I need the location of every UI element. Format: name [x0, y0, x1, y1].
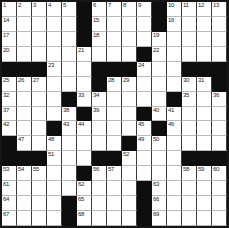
letter-cell-r2c8[interactable] — [107, 17, 122, 32]
letter-cell-r3c9[interactable] — [122, 32, 137, 47]
clue-number-7: 7 — [108, 2, 111, 9]
letter-cell-r9c8[interactable] — [107, 121, 122, 136]
letter-cell-r4c7[interactable] — [92, 47, 107, 62]
letter-cell-r14c7[interactable] — [92, 196, 107, 211]
letter-cell-r3c2[interactable] — [17, 32, 32, 47]
letter-cell-r4c5[interactable] — [62, 47, 77, 62]
letter-cell-r4c6[interactable]: 21 — [77, 47, 92, 62]
clue-number-57: 57 — [108, 166, 114, 173]
block-cell-r5c2 — [17, 62, 32, 77]
clue-number-3: 3 — [33, 2, 36, 9]
letter-cell-r4c13[interactable] — [182, 47, 197, 62]
letter-cell-r8c3[interactable] — [32, 107, 47, 122]
letter-cell-r1c10[interactable]: 9 — [137, 2, 152, 17]
letter-cell-r6c11[interactable] — [152, 77, 167, 92]
clue-number-19: 19 — [153, 32, 159, 39]
clue-number-55: 55 — [33, 166, 39, 173]
clue-number-42: 42 — [3, 121, 9, 128]
letter-cell-r9c5[interactable]: 43 — [62, 121, 77, 136]
letter-cell-r13c5[interactable] — [62, 181, 77, 196]
letter-cell-r7c6[interactable]: 33 — [77, 92, 92, 107]
clue-number-10: 10 — [168, 2, 174, 9]
clue-number-69: 69 — [153, 211, 159, 218]
letter-cell-r1c13[interactable]: 11 — [182, 2, 197, 17]
letter-cell-r8c14[interactable] — [197, 107, 212, 122]
letter-cell-r12c9[interactable] — [122, 166, 137, 181]
letter-cell-r3c1[interactable]: 17 — [2, 32, 17, 47]
block-cell-r5c3 — [32, 62, 47, 77]
letter-cell-r6c10[interactable] — [137, 77, 152, 92]
letter-cell-r1c4[interactable]: 4 — [47, 2, 62, 17]
letter-cell-r1c12[interactable]: 10 — [167, 2, 182, 17]
letter-cell-r9c12[interactable]: 46 — [167, 121, 182, 136]
clue-number-40: 40 — [153, 107, 159, 114]
block-cell-r7c5 — [62, 92, 77, 107]
letter-cell-r13c8[interactable] — [107, 181, 122, 196]
clue-number-68: 68 — [78, 211, 84, 218]
clue-number-9: 9 — [138, 2, 141, 9]
letter-cell-r1c9[interactable]: 8 — [122, 2, 137, 17]
letter-cell-r12c4[interactable] — [47, 166, 62, 181]
block-cell-r2c11 — [152, 17, 167, 32]
letter-cell-r15c6[interactable]: 68 — [77, 211, 92, 226]
letter-cell-r11c9[interactable]: 52 — [122, 151, 137, 166]
clue-number-45: 45 — [138, 121, 144, 128]
block-cell-r5c15 — [212, 62, 227, 77]
letter-cell-r12c13[interactable]: 58 — [182, 166, 197, 181]
clue-number-30: 30 — [183, 77, 189, 84]
block-cell-r5c1 — [2, 62, 17, 77]
letter-cell-r5c4[interactable]: 23 — [47, 62, 62, 77]
clue-number-36: 36 — [213, 92, 219, 99]
clue-number-2: 2 — [18, 2, 21, 9]
block-cell-r11c8 — [107, 151, 122, 166]
clue-number-31: 31 — [198, 77, 204, 84]
clue-number-24: 24 — [138, 62, 144, 69]
clue-number-63: 63 — [153, 181, 159, 188]
letter-cell-r13c15[interactable] — [212, 181, 227, 196]
block-cell-r5c9 — [122, 62, 137, 77]
clue-number-38: 38 — [63, 107, 69, 114]
letter-cell-r1c5[interactable]: 5 — [62, 2, 77, 17]
block-cell-r11c13 — [182, 151, 197, 166]
clue-number-65: 65 — [78, 196, 84, 203]
block-cell-r8c10 — [137, 107, 152, 122]
letter-cell-r2c14[interactable] — [197, 17, 212, 32]
block-cell-r11c15 — [212, 151, 227, 166]
letter-cell-r14c12[interactable] — [167, 196, 182, 211]
letter-cell-r9c7[interactable] — [92, 121, 107, 136]
letter-cell-r4c15[interactable] — [212, 47, 227, 62]
block-cell-r9c4 — [47, 121, 62, 136]
letter-cell-r7c8[interactable] — [107, 92, 122, 107]
clue-number-62: 62 — [78, 181, 84, 188]
clue-number-6: 6 — [93, 2, 96, 9]
block-cell-r12c6 — [77, 166, 92, 181]
letter-cell-r15c13[interactable] — [182, 211, 197, 226]
letter-cell-r5c5[interactable] — [62, 62, 77, 77]
letter-cell-r6c12[interactable] — [167, 77, 182, 92]
letter-cell-r13c3[interactable] — [32, 181, 47, 196]
letter-cell-r1c15[interactable]: 13 — [212, 2, 227, 17]
clue-number-11: 11 — [183, 2, 189, 9]
letter-cell-r15c14[interactable] — [197, 211, 212, 226]
letter-cell-r13c9[interactable] — [122, 181, 137, 196]
letter-cell-r4c2[interactable] — [17, 47, 32, 62]
letter-cell-r6c1[interactable]: 25 — [2, 77, 17, 92]
block-cell-r1c11 — [152, 2, 167, 17]
block-cell-r5c13 — [182, 62, 197, 77]
letter-cell-r4c9[interactable] — [122, 47, 137, 62]
letter-cell-r4c1[interactable]: 20 — [2, 47, 17, 62]
letter-cell-r4c14[interactable] — [197, 47, 212, 62]
letter-cell-r14c14[interactable] — [197, 196, 212, 211]
letter-cell-r9c10[interactable]: 45 — [137, 121, 152, 136]
letter-cell-r13c13[interactable] — [182, 181, 197, 196]
letter-cell-r15c2[interactable] — [17, 211, 32, 226]
clue-number-59: 59 — [198, 166, 204, 173]
letter-cell-r6c6[interactable] — [77, 77, 92, 92]
letter-cell-r12c8[interactable]: 57 — [107, 166, 122, 181]
letter-cell-r7c4[interactable] — [47, 92, 62, 107]
letter-cell-r7c15[interactable]: 36 — [212, 92, 227, 107]
letter-cell-r7c3[interactable] — [32, 92, 47, 107]
letter-cell-r13c7[interactable] — [92, 181, 107, 196]
letter-cell-r8c1[interactable]: 37 — [2, 107, 17, 122]
block-cell-r10c1 — [2, 136, 17, 151]
letter-cell-r5c12[interactable] — [167, 62, 182, 77]
letter-cell-r13c12[interactable] — [167, 181, 182, 196]
letter-cell-r10c2[interactable]: 47 — [17, 136, 32, 151]
letter-cell-r2c5[interactable] — [62, 17, 77, 32]
clue-number-61: 61 — [3, 181, 9, 188]
letter-cell-r1c1[interactable]: 1 — [2, 2, 17, 17]
letter-cell-r14c4[interactable] — [47, 196, 62, 211]
letter-cell-r15c12[interactable] — [167, 211, 182, 226]
block-cell-r6c7 — [92, 77, 107, 92]
clue-number-23: 23 — [48, 62, 54, 69]
letter-cell-r5c10[interactable]: 24 — [137, 62, 152, 77]
clue-number-53: 53 — [3, 166, 9, 173]
letter-cell-r14c15[interactable] — [212, 196, 227, 211]
clue-number-44: 44 — [78, 121, 84, 128]
letter-cell-r12c11[interactable] — [152, 166, 167, 181]
letter-cell-r1c7[interactable]: 6 — [92, 2, 107, 17]
letter-cell-r12c5[interactable] — [62, 166, 77, 181]
letter-cell-r13c11[interactable]: 63 — [152, 181, 167, 196]
letter-cell-r3c4[interactable] — [47, 32, 62, 47]
letter-cell-r15c3[interactable] — [32, 211, 47, 226]
block-cell-r14c10 — [137, 196, 152, 211]
clue-number-25: 25 — [3, 77, 9, 84]
letter-cell-r3c13[interactable] — [182, 32, 197, 47]
letter-cell-r1c8[interactable]: 7 — [107, 2, 122, 17]
letter-cell-r3c12[interactable] — [167, 32, 182, 47]
letter-cell-r11c4[interactable]: 51 — [47, 151, 62, 166]
letter-cell-r4c3[interactable] — [32, 47, 47, 62]
letter-cell-r13c4[interactable] — [47, 181, 62, 196]
clue-number-4: 4 — [48, 2, 51, 9]
letter-cell-r7c7[interactable]: 34 — [92, 92, 107, 107]
clue-number-47: 47 — [18, 136, 24, 143]
letter-cell-r13c2[interactable] — [17, 181, 32, 196]
block-cell-r10c9 — [122, 136, 137, 151]
letter-cell-r2c10[interactable] — [137, 17, 152, 32]
block-cell-r5c8 — [107, 62, 122, 77]
letter-cell-r10c8[interactable] — [107, 136, 122, 151]
block-cell-r13c10 — [137, 181, 152, 196]
clue-number-14: 14 — [3, 17, 9, 24]
letter-cell-r15c15[interactable] — [212, 211, 227, 226]
letter-cell-r6c2[interactable]: 26 — [17, 77, 32, 92]
letter-cell-r8c15[interactable] — [212, 107, 227, 122]
letter-cell-r3c8[interactable] — [107, 32, 122, 47]
letter-cell-r9c9[interactable] — [122, 121, 137, 136]
letter-cell-r10c11[interactable]: 50 — [152, 136, 167, 151]
letter-cell-r3c3[interactable] — [32, 32, 47, 47]
letter-cell-r6c3[interactable]: 27 — [32, 77, 47, 92]
clue-number-67: 67 — [3, 211, 9, 218]
letter-cell-r3c14[interactable] — [197, 32, 212, 47]
clue-number-34: 34 — [93, 92, 99, 99]
letter-cell-r8c11[interactable]: 40 — [152, 107, 167, 122]
clue-number-56: 56 — [93, 166, 99, 173]
clue-number-8: 8 — [123, 2, 126, 9]
clue-number-58: 58 — [183, 166, 189, 173]
letter-cell-r12c12[interactable] — [167, 166, 182, 181]
letter-cell-r15c4[interactable] — [47, 211, 62, 226]
block-cell-r8c6 — [77, 107, 92, 122]
clue-number-29: 29 — [123, 77, 129, 84]
letter-cell-r8c7[interactable]: 39 — [92, 107, 107, 122]
block-cell-r5c14 — [197, 62, 212, 77]
letter-cell-r12c3[interactable]: 55 — [32, 166, 47, 181]
letter-cell-r7c10[interactable] — [137, 92, 152, 107]
clue-number-64: 64 — [3, 196, 9, 203]
clue-number-35: 35 — [183, 92, 189, 99]
block-cell-r4c10 — [137, 47, 152, 62]
letter-cell-r10c13[interactable] — [182, 136, 197, 151]
letter-cell-r10c3[interactable] — [32, 136, 47, 151]
letter-cell-r10c10[interactable]: 49 — [137, 136, 152, 151]
clue-number-28: 28 — [108, 77, 114, 84]
letter-cell-r4c12[interactable] — [167, 47, 182, 62]
block-cell-r11c3 — [32, 151, 47, 166]
clue-number-41: 41 — [168, 107, 174, 114]
clue-number-26: 26 — [18, 77, 24, 84]
clue-number-66: 66 — [153, 196, 159, 203]
clue-number-50: 50 — [153, 136, 159, 143]
letter-cell-r6c14[interactable]: 31 — [197, 77, 212, 92]
block-cell-r11c14 — [197, 151, 212, 166]
letter-cell-r7c14[interactable] — [197, 92, 212, 107]
clue-number-22: 22 — [153, 47, 159, 54]
block-cell-r2c6 — [77, 17, 92, 32]
letter-cell-r7c1[interactable]: 32 — [2, 92, 17, 107]
letter-cell-r11c5[interactable] — [62, 151, 77, 166]
block-cell-r11c1 — [2, 151, 17, 166]
letter-cell-r8c12[interactable]: 41 — [167, 107, 182, 122]
block-cell-r6c15 — [212, 77, 227, 92]
clue-number-12: 12 — [198, 2, 204, 9]
clue-number-17: 17 — [3, 32, 9, 39]
letter-cell-r13c1[interactable]: 61 — [2, 181, 17, 196]
clue-number-48: 48 — [48, 136, 54, 143]
letter-cell-r11c6[interactable] — [77, 151, 92, 166]
letter-cell-r9c6[interactable]: 44 — [77, 121, 92, 136]
letter-cell-r3c5[interactable] — [62, 32, 77, 47]
letter-cell-r1c14[interactable]: 12 — [197, 2, 212, 17]
letter-cell-r9c2[interactable] — [17, 121, 32, 136]
letter-cell-r2c9[interactable] — [122, 17, 137, 32]
letter-cell-r6c9[interactable]: 29 — [122, 77, 137, 92]
letter-cell-r10c7[interactable] — [92, 136, 107, 151]
clue-number-32: 32 — [3, 92, 9, 99]
letter-cell-r11c12[interactable] — [167, 151, 182, 166]
block-cell-r7c12 — [167, 92, 182, 107]
letter-cell-r2c2[interactable] — [17, 17, 32, 32]
letter-cell-r8c13[interactable] — [182, 107, 197, 122]
letter-cell-r8c8[interactable] — [107, 107, 122, 122]
clue-number-13: 13 — [213, 2, 219, 9]
letter-cell-r8c5[interactable]: 38 — [62, 107, 77, 122]
letter-cell-r1c3[interactable]: 3 — [32, 2, 47, 17]
letter-cell-r6c13[interactable]: 30 — [182, 77, 197, 92]
clue-number-21: 21 — [78, 47, 84, 54]
letter-cell-r9c3[interactable] — [32, 121, 47, 136]
clue-number-1: 1 — [3, 2, 6, 9]
letter-cell-r10c4[interactable]: 48 — [47, 136, 62, 151]
letter-cell-r15c9[interactable] — [122, 211, 137, 226]
letter-cell-r7c9[interactable] — [122, 92, 137, 107]
letter-cell-r4c4[interactable] — [47, 47, 62, 62]
letter-cell-r14c1[interactable]: 64 — [2, 196, 17, 211]
clue-number-43: 43 — [63, 121, 69, 128]
block-cell-r15c5 — [62, 211, 77, 226]
clue-number-20: 20 — [3, 47, 9, 54]
letter-cell-r2c4[interactable] — [47, 17, 62, 32]
clue-number-49: 49 — [138, 136, 144, 143]
letter-cell-r8c4[interactable] — [47, 107, 62, 122]
letter-cell-r4c8[interactable] — [107, 47, 122, 62]
letter-cell-r9c13[interactable] — [182, 121, 197, 136]
clue-number-51: 51 — [48, 151, 54, 158]
letter-cell-r10c15[interactable] — [212, 136, 227, 151]
block-cell-r1c6 — [77, 2, 92, 17]
clue-number-39: 39 — [93, 107, 99, 114]
clue-number-18: 18 — [93, 32, 99, 39]
letter-cell-r15c11[interactable]: 69 — [152, 211, 167, 226]
block-cell-r14c5 — [62, 196, 77, 211]
letter-cell-r1c2[interactable]: 2 — [17, 2, 32, 17]
letter-cell-r14c11[interactable]: 66 — [152, 196, 167, 211]
letter-cell-r14c6[interactable]: 65 — [77, 196, 92, 211]
letter-cell-r14c2[interactable] — [17, 196, 32, 211]
letter-cell-r9c15[interactable] — [212, 121, 227, 136]
letter-cell-r12c14[interactable]: 59 — [197, 166, 212, 181]
letter-cell-r2c3[interactable] — [32, 17, 47, 32]
letter-cell-r2c15[interactable] — [212, 17, 227, 32]
letter-cell-r12c7[interactable]: 56 — [92, 166, 107, 181]
letter-cell-r11c11[interactable] — [152, 151, 167, 166]
letter-cell-r14c3[interactable] — [32, 196, 47, 211]
letter-cell-r14c13[interactable] — [182, 196, 197, 211]
letter-cell-r15c8[interactable] — [107, 211, 122, 226]
letter-cell-r12c15[interactable]: 60 — [212, 166, 227, 181]
letter-cell-r9c14[interactable] — [197, 121, 212, 136]
block-cell-r9c11 — [152, 121, 167, 136]
letter-cell-r9c1[interactable]: 42 — [2, 121, 17, 136]
letter-cell-r14c9[interactable] — [122, 196, 137, 211]
clue-number-60: 60 — [213, 166, 219, 173]
letter-cell-r5c6[interactable] — [77, 62, 92, 77]
letter-cell-r13c6[interactable]: 62 — [77, 181, 92, 196]
letter-cell-r8c2[interactable] — [17, 107, 32, 122]
letter-cell-r13c14[interactable] — [197, 181, 212, 196]
crossword-grid: 1234567891011121314151617181920212223242… — [0, 0, 229, 228]
letter-cell-r3c15[interactable] — [212, 32, 227, 47]
clue-number-37: 37 — [3, 107, 9, 114]
clue-number-54: 54 — [18, 166, 24, 173]
letter-cell-r2c12[interactable]: 16 — [167, 17, 182, 32]
letter-cell-r2c1[interactable]: 14 — [2, 17, 17, 32]
block-cell-r15c10 — [137, 211, 152, 226]
block-cell-r11c7 — [92, 151, 107, 166]
clue-number-33: 33 — [78, 92, 84, 99]
letter-cell-r6c4[interactable] — [47, 77, 62, 92]
letter-cell-r2c13[interactable] — [182, 17, 197, 32]
clue-number-16: 16 — [168, 17, 174, 24]
block-cell-r5c7 — [92, 62, 107, 77]
letter-cell-r7c11[interactable] — [152, 92, 167, 107]
letter-cell-r4c11[interactable]: 22 — [152, 47, 167, 62]
letter-cell-r11c10[interactable] — [137, 151, 152, 166]
letter-cell-r3c7[interactable]: 18 — [92, 32, 107, 47]
letter-cell-r2c7[interactable]: 15 — [92, 17, 107, 32]
clue-number-27: 27 — [33, 77, 39, 84]
letter-cell-r7c2[interactable] — [17, 92, 32, 107]
clue-number-52: 52 — [123, 151, 129, 158]
letter-cell-r15c7[interactable] — [92, 211, 107, 226]
letter-cell-r5c11[interactable] — [152, 62, 167, 77]
clue-number-5: 5 — [63, 2, 66, 9]
letter-cell-r14c8[interactable] — [107, 196, 122, 211]
clue-number-15: 15 — [93, 17, 99, 24]
block-cell-r3c6 — [77, 32, 92, 47]
letter-cell-r10c12[interactable] — [167, 136, 182, 151]
letter-cell-r7c13[interactable]: 35 — [182, 92, 197, 107]
letter-cell-r10c14[interactable] — [197, 136, 212, 151]
letter-cell-r3c10[interactable] — [137, 32, 152, 47]
block-cell-r11c2 — [17, 151, 32, 166]
letter-cell-r12c10[interactable] — [137, 166, 152, 181]
letter-cell-r15c1[interactable]: 67 — [2, 211, 17, 226]
letter-cell-r12c2[interactable]: 54 — [17, 166, 32, 181]
letter-cell-r8c9[interactable] — [122, 107, 137, 122]
letter-cell-r6c5[interactable] — [62, 77, 77, 92]
letter-cell-r10c6[interactable] — [77, 136, 92, 151]
letter-cell-r12c1[interactable]: 53 — [2, 166, 17, 181]
letter-cell-r10c5[interactable] — [62, 136, 77, 151]
letter-cell-r6c8[interactable]: 28 — [107, 77, 122, 92]
letter-cell-r3c11[interactable]: 19 — [152, 32, 167, 47]
clue-number-46: 46 — [168, 121, 174, 128]
